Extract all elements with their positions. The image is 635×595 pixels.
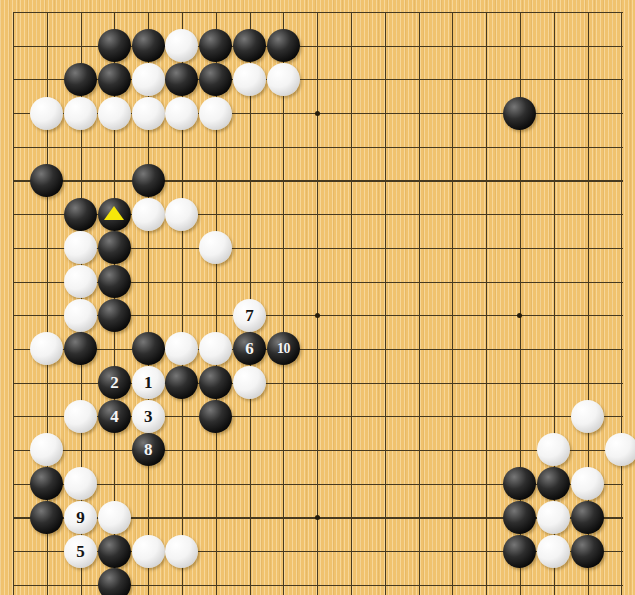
stone-white-f7[interactable]: [165, 198, 198, 231]
stone-black-b15[interactable]: [30, 467, 63, 500]
stone-black-i11[interactable]: 10: [267, 332, 300, 365]
stone-white-f4[interactable]: [165, 97, 198, 130]
stone-white-i3[interactable]: [267, 63, 300, 96]
stone-white-e3[interactable]: [132, 63, 165, 96]
stone-white-q14[interactable]: [537, 433, 570, 466]
stone-white-c8[interactable]: [64, 231, 97, 264]
star-point-j16: [315, 515, 320, 520]
stone-black-d18[interactable]: [98, 568, 131, 595]
stone-white-h12[interactable]: [233, 366, 266, 399]
stone-white-c16[interactable]: 9: [64, 501, 97, 534]
stone-white-c15[interactable]: [64, 467, 97, 500]
stone-white-g8[interactable]: [199, 231, 232, 264]
stone-black-d8[interactable]: [98, 231, 131, 264]
stone-black-d9[interactable]: [98, 265, 131, 298]
stone-black-q15[interactable]: [537, 467, 570, 500]
stone-black-h2[interactable]: [233, 29, 266, 62]
stone-white-q17[interactable]: [537, 535, 570, 568]
move-number-2: 2: [98, 366, 131, 399]
move-number-10: 10: [267, 332, 300, 365]
go-board[interactable]: 76102143895: [0, 0, 635, 595]
stone-black-c7[interactable]: [64, 198, 97, 231]
star-point-j10: [315, 313, 320, 318]
stone-black-f12[interactable]: [165, 366, 198, 399]
stone-black-p4[interactable]: [503, 97, 536, 130]
stone-white-r15[interactable]: [571, 467, 604, 500]
stone-black-d13[interactable]: 4: [98, 400, 131, 433]
stone-white-b14[interactable]: [30, 433, 63, 466]
go-board-screenshot: 76102143895: [0, 0, 635, 595]
stone-white-c17[interactable]: 5: [64, 535, 97, 568]
stone-black-b6[interactable]: [30, 164, 63, 197]
stone-black-b16[interactable]: [30, 501, 63, 534]
stone-black-r17[interactable]: [571, 535, 604, 568]
move-number-3: 3: [132, 400, 165, 433]
stone-black-c11[interactable]: [64, 332, 97, 365]
stone-white-c10[interactable]: [64, 299, 97, 332]
stone-black-p16[interactable]: [503, 501, 536, 534]
stone-white-e17[interactable]: [132, 535, 165, 568]
stone-white-r13[interactable]: [571, 400, 604, 433]
move-number-4: 4: [98, 400, 131, 433]
stone-white-d16[interactable]: [98, 501, 131, 534]
stone-white-e7[interactable]: [132, 198, 165, 231]
stone-white-c4[interactable]: [64, 97, 97, 130]
stone-black-e11[interactable]: [132, 332, 165, 365]
stone-black-d3[interactable]: [98, 63, 131, 96]
stone-white-b11[interactable]: [30, 332, 63, 365]
stone-black-g12[interactable]: [199, 366, 232, 399]
stone-white-e12[interactable]: 1: [132, 366, 165, 399]
stone-black-f3[interactable]: [165, 63, 198, 96]
stone-black-d10[interactable]: [98, 299, 131, 332]
stone-black-d17[interactable]: [98, 535, 131, 568]
move-number-7: 7: [233, 299, 266, 332]
stone-white-e4[interactable]: [132, 97, 165, 130]
stone-black-d12[interactable]: 2: [98, 366, 131, 399]
stone-black-d7[interactable]: [98, 198, 131, 231]
stone-white-h3[interactable]: [233, 63, 266, 96]
stone-white-f11[interactable]: [165, 332, 198, 365]
stone-white-c9[interactable]: [64, 265, 97, 298]
move-number-1: 1: [132, 366, 165, 399]
move-number-9: 9: [64, 501, 97, 534]
stone-black-p15[interactable]: [503, 467, 536, 500]
stone-black-c3[interactable]: [64, 63, 97, 96]
stone-black-d2[interactable]: [98, 29, 131, 62]
star-point-p10: [517, 313, 522, 318]
stone-black-e14[interactable]: 8: [132, 433, 165, 466]
stone-white-b4[interactable]: [30, 97, 63, 130]
stone-white-e13[interactable]: 3: [132, 400, 165, 433]
stone-black-g13[interactable]: [199, 400, 232, 433]
stone-white-g11[interactable]: [199, 332, 232, 365]
stone-black-g3[interactable]: [199, 63, 232, 96]
stone-black-g2[interactable]: [199, 29, 232, 62]
stone-white-h10[interactable]: 7: [233, 299, 266, 332]
stone-black-i2[interactable]: [267, 29, 300, 62]
stone-white-c13[interactable]: [64, 400, 97, 433]
stone-black-h11[interactable]: 6: [233, 332, 266, 365]
move-number-6: 6: [233, 332, 266, 365]
stone-white-g4[interactable]: [199, 97, 232, 130]
star-point-j4: [315, 111, 320, 116]
stone-black-e2[interactable]: [132, 29, 165, 62]
stone-black-r16[interactable]: [571, 501, 604, 534]
stone-white-f17[interactable]: [165, 535, 198, 568]
stone-white-d4[interactable]: [98, 97, 131, 130]
stone-white-f2[interactable]: [165, 29, 198, 62]
stone-white-q16[interactable]: [537, 501, 570, 534]
move-number-8: 8: [132, 433, 165, 466]
stone-white-s14[interactable]: [605, 433, 635, 466]
stone-black-p17[interactable]: [503, 535, 536, 568]
stone-black-e6[interactable]: [132, 164, 165, 197]
triangle-marker-icon: [104, 206, 124, 220]
move-number-5: 5: [64, 535, 97, 568]
